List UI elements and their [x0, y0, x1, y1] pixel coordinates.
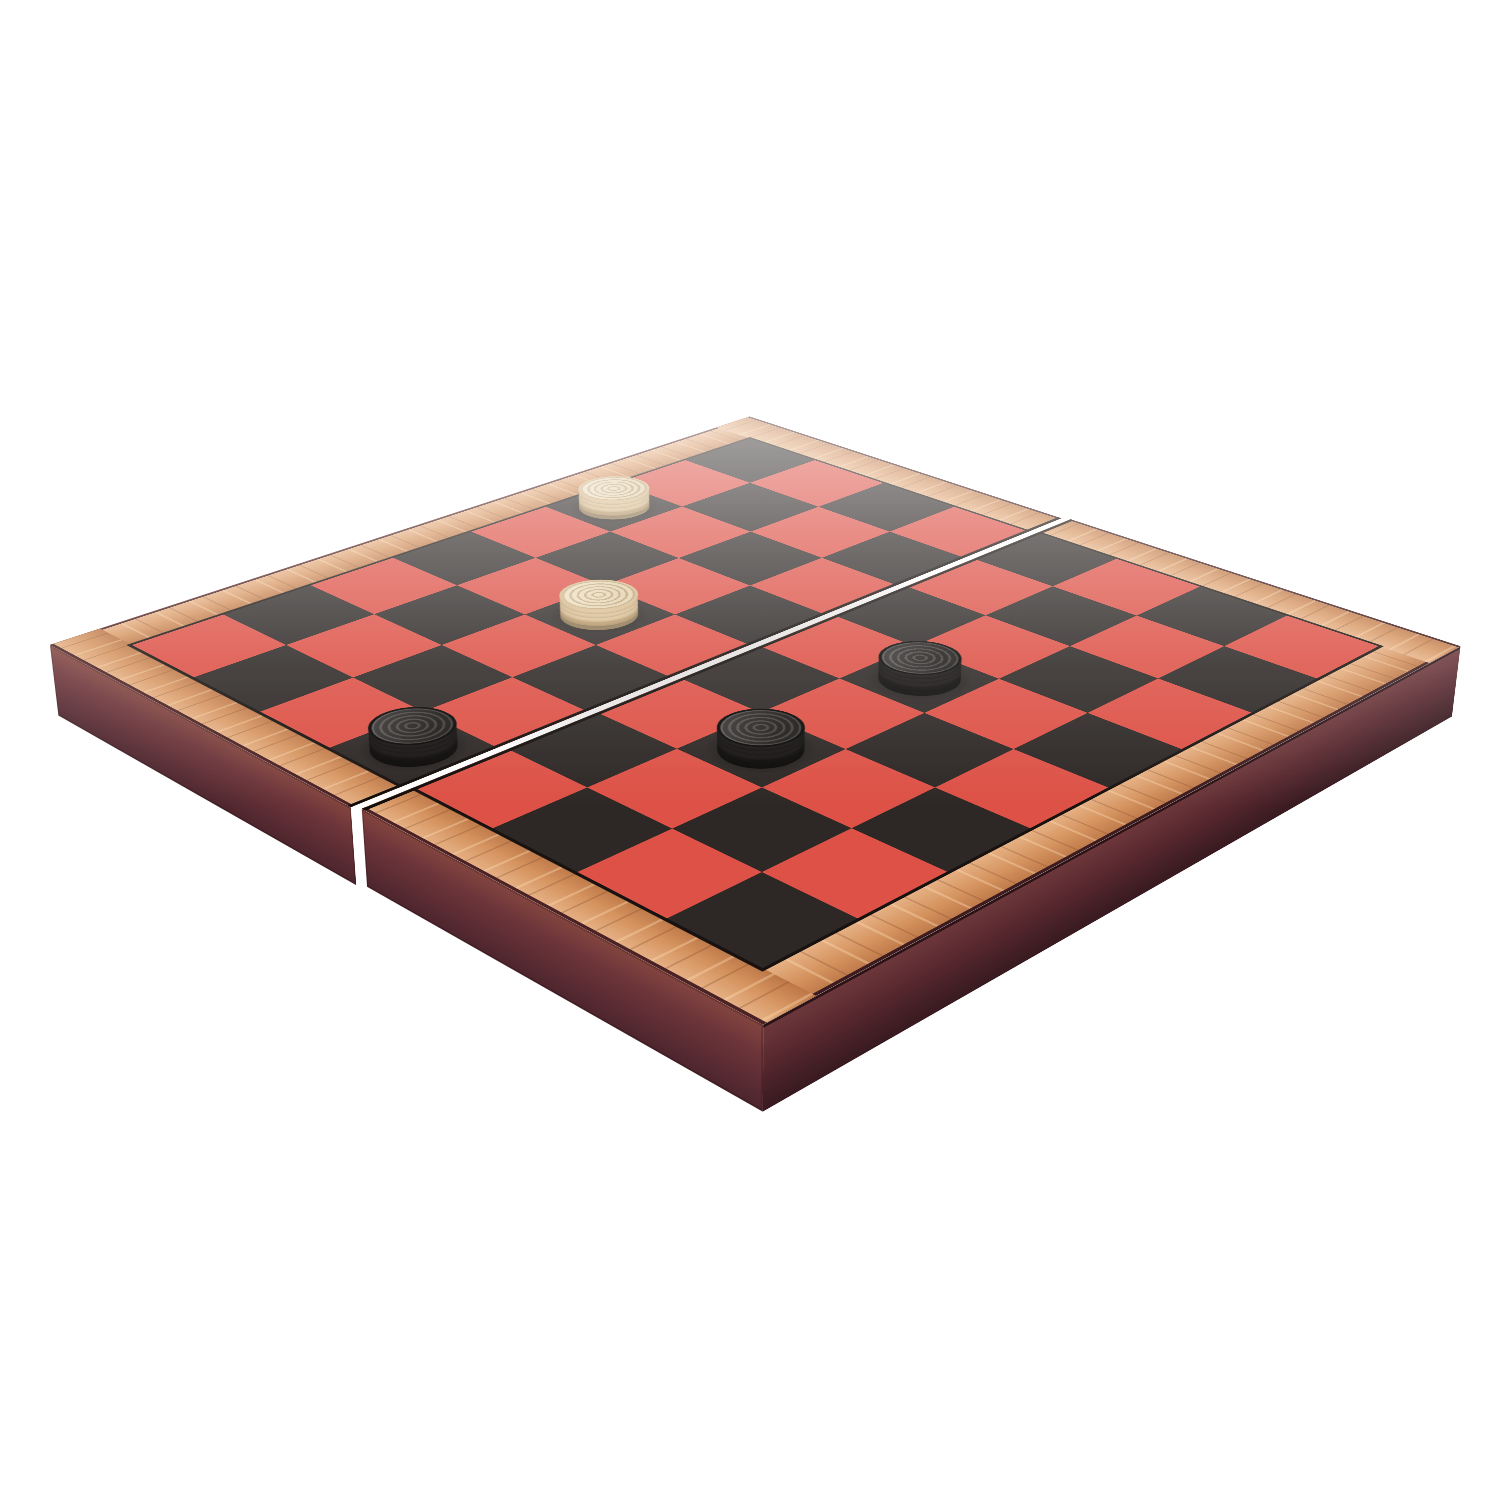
checkers-board	[50, 416, 1450, 1022]
photo-stage	[0, 0, 1500, 1500]
scene-3d	[0, 0, 1500, 1500]
